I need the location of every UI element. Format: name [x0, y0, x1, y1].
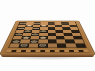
square[interactable]: ⛂	[71, 30, 80, 33]
light-piece[interactable]: ⛂	[24, 30, 31, 33]
square[interactable]: ⛂	[61, 22, 69, 24]
dark-piece[interactable]: ⛂	[63, 27, 70, 30]
light-piece[interactable]: ⛂	[12, 39, 21, 43]
square[interactable]: ⛂	[56, 36, 65, 39]
light-piece[interactable]: ⛂	[32, 33, 39, 36]
product-photo: ⛂⛂⛂⛂⛂⛂⛂⛂⛂⛂⛂⛂⛂⛂⛂⛂⛂⛂⛂⛂⛂⛂⛂⛂⛂⛂⛂⛂⛂⛂⛂⛂	[0, 0, 95, 71]
square[interactable]: ⛂	[57, 43, 67, 47]
square[interactable]	[28, 43, 38, 47]
square[interactable]: ⛂	[62, 27, 70, 30]
square[interactable]: ⛂	[32, 27, 40, 30]
dark-piece[interactable]: ⛂	[71, 30, 78, 33]
inlay-mark	[50, 50, 55, 52]
light-piece[interactable]: ⛂	[41, 25, 47, 27]
light-piece[interactable]: ⛂	[18, 27, 25, 30]
inlay-mark	[40, 50, 45, 52]
dark-piece[interactable]: ⛂	[66, 39, 74, 43]
light-piece[interactable]: ⛂	[39, 43, 47, 47]
frame-inlay	[6, 49, 89, 53]
square[interactable]: ⛂	[48, 39, 57, 43]
dark-piece[interactable]: ⛂	[62, 22, 68, 24]
dark-piece[interactable]: ⛂	[69, 25, 76, 27]
light-piece[interactable]: ⛂	[40, 30, 46, 33]
dark-piece[interactable]: ⛂	[57, 43, 65, 47]
light-piece[interactable]: ⛂	[22, 36, 30, 39]
square[interactable]: ⛂	[55, 30, 63, 33]
square[interactable]: ⛂	[39, 36, 48, 39]
light-piece[interactable]: ⛂	[40, 36, 47, 39]
square[interactable]: ⛂	[48, 22, 55, 24]
square[interactable]: ⛂	[73, 36, 83, 39]
square[interactable]: ⛂	[48, 27, 56, 30]
square[interactable]: ⛂	[48, 33, 56, 36]
square[interactable]: ⛂	[64, 33, 73, 36]
square[interactable]: ⛂	[40, 25, 47, 28]
light-piece[interactable]: ⛂	[33, 27, 40, 30]
board-frame: ⛂⛂⛂⛂⛂⛂⛂⛂⛂⛂⛂⛂⛂⛂⛂⛂⛂⛂⛂⛂⛂⛂⛂⛂⛂⛂⛂⛂⛂⛂⛂⛂	[0, 21, 95, 55]
square[interactable]: ⛂	[38, 43, 48, 47]
inlay-mark	[78, 50, 84, 52]
light-piece[interactable]: ⛂	[15, 33, 23, 36]
inlay-mark	[59, 50, 65, 52]
dark-piece[interactable]: ⛂	[48, 22, 54, 24]
square[interactable]: ⛂	[55, 25, 63, 28]
dark-piece[interactable]: ⛂	[55, 25, 61, 27]
dark-piece[interactable]: ⛂	[57, 36, 64, 39]
square[interactable]	[48, 43, 58, 47]
dark-piece[interactable]: ⛂	[48, 33, 55, 36]
board-3d-scene: ⛂⛂⛂⛂⛂⛂⛂⛂⛂⛂⛂⛂⛂⛂⛂⛂⛂⛂⛂⛂⛂⛂⛂⛂⛂⛂⛂⛂⛂⛂⛂⛂	[0, 21, 95, 55]
inlay-mark	[30, 50, 36, 52]
light-piece[interactable]: ⛂	[26, 25, 33, 27]
inlay-mark	[20, 50, 26, 52]
light-piece[interactable]: ⛂	[20, 43, 29, 47]
square[interactable]: ⛂	[69, 25, 77, 28]
dark-piece[interactable]: ⛂	[48, 27, 54, 30]
square[interactable]: ⛂	[33, 22, 40, 24]
light-piece[interactable]: ⛂	[20, 22, 27, 24]
square[interactable]: ⛂	[29, 39, 39, 43]
inlay-mark	[11, 50, 17, 52]
dark-piece[interactable]: ⛂	[76, 43, 85, 47]
dark-piece[interactable]: ⛂	[64, 33, 71, 36]
inlay-mark	[69, 50, 75, 52]
board-grid: ⛂⛂⛂⛂⛂⛂⛂⛂⛂⛂⛂⛂⛂⛂⛂⛂⛂⛂⛂⛂⛂⛂⛂⛂⛂⛂⛂⛂⛂⛂⛂⛂	[8, 22, 87, 48]
square[interactable]: ⛂	[31, 33, 40, 36]
dark-piece[interactable]: ⛂	[56, 30, 63, 33]
square[interactable]: ⛂	[75, 43, 86, 47]
square[interactable]: ⛂	[25, 25, 33, 28]
light-piece[interactable]: ⛂	[34, 22, 40, 24]
square[interactable]: ⛂	[39, 30, 47, 33]
dark-piece[interactable]: ⛂	[73, 36, 81, 39]
light-piece[interactable]: ⛂	[30, 39, 38, 43]
dark-piece[interactable]: ⛂	[48, 39, 55, 43]
